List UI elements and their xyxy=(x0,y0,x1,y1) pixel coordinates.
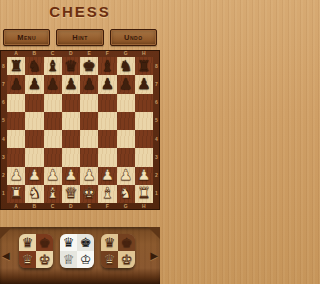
coord-label: 7 xyxy=(153,75,160,93)
coord-label: F xyxy=(98,51,116,56)
square-e5[interactable] xyxy=(80,112,98,130)
theme-tile-square: ♕ xyxy=(60,251,77,268)
black-piece: ♝ xyxy=(46,59,59,74)
black-piece: ♞ xyxy=(119,59,132,74)
white-piece: ♚ xyxy=(82,186,95,201)
rank-labels-right: 87654321 xyxy=(153,57,160,203)
coord-label: 5 xyxy=(153,112,160,130)
square-d1[interactable]: ♛ xyxy=(62,185,80,203)
theme-tile-classic-2d[interactable]: ♛♚♕♔ xyxy=(60,234,94,268)
square-g8[interactable]: ♞ xyxy=(117,57,135,75)
tray-corner-bevel xyxy=(0,227,12,239)
square-g5[interactable] xyxy=(117,112,135,130)
coord-label: F xyxy=(98,204,116,209)
square-d6[interactable] xyxy=(62,94,80,112)
square-a8[interactable]: ♜ xyxy=(7,57,25,75)
square-b6[interactable] xyxy=(25,94,43,112)
square-h7[interactable]: ♟ xyxy=(135,75,153,93)
theme-tile-piece: ♛ xyxy=(22,236,34,249)
black-piece: ♚ xyxy=(82,59,95,74)
theme-tile-square: ♚ xyxy=(118,234,135,251)
theme-tile-piece: ♚ xyxy=(39,253,51,266)
coord-label: 4 xyxy=(0,130,7,148)
square-e2[interactable]: ♟ xyxy=(80,167,98,185)
coord-label: 6 xyxy=(0,94,7,112)
theme-tile-piece: ♔ xyxy=(80,253,92,266)
frame-corner xyxy=(153,203,160,210)
square-c2[interactable]: ♟ xyxy=(44,167,62,185)
square-b8[interactable]: ♞ xyxy=(25,57,43,75)
chess-board: ABCDEFGH 87654321 ♜♞♝♛♚♝♞♜♟♟♟♟♟♟♟♟♟♟♟♟♟♟… xyxy=(0,50,160,210)
coord-label: 3 xyxy=(0,148,7,166)
square-a3[interactable] xyxy=(7,148,25,166)
square-d8[interactable]: ♛ xyxy=(62,57,80,75)
square-a4[interactable] xyxy=(7,130,25,148)
carousel-right-arrow-icon[interactable]: ▶ xyxy=(150,251,158,261)
white-piece: ♞ xyxy=(28,186,41,201)
theme-tile-square: ♛ xyxy=(101,251,118,268)
theme-tile-piece: ♛ xyxy=(104,253,116,266)
white-piece: ♟ xyxy=(64,168,77,183)
coord-label: 4 xyxy=(153,130,160,148)
white-piece: ♟ xyxy=(119,168,132,183)
black-piece: ♟ xyxy=(82,77,95,92)
coord-label: H xyxy=(135,51,153,56)
coord-label: H xyxy=(135,204,153,209)
square-d5[interactable] xyxy=(62,112,80,130)
square-c7[interactable]: ♟ xyxy=(44,75,62,93)
black-piece: ♜ xyxy=(137,59,150,74)
square-a6[interactable] xyxy=(7,94,25,112)
theme-tile-piece: ♛ xyxy=(63,236,75,249)
carousel-left-arrow-icon[interactable]: ◀ xyxy=(2,251,10,261)
square-f1[interactable]: ♝ xyxy=(98,185,116,203)
coord-label: B xyxy=(25,204,43,209)
rank-labels-left: 87654321 xyxy=(0,57,7,203)
square-c5[interactable] xyxy=(44,112,62,130)
black-piece: ♟ xyxy=(119,77,132,92)
black-piece: ♞ xyxy=(28,59,41,74)
board-squares: ♜♞♝♛♚♝♞♜♟♟♟♟♟♟♟♟♟♟♟♟♟♟♟♟♜♞♝♛♚♝♞♜ xyxy=(7,57,153,203)
coord-label: D xyxy=(62,51,80,56)
square-h2[interactable]: ♟ xyxy=(135,167,153,185)
square-f7[interactable]: ♟ xyxy=(98,75,116,93)
coord-label: 6 xyxy=(153,94,160,112)
white-piece: ♟ xyxy=(137,168,150,183)
square-f2[interactable]: ♟ xyxy=(98,167,116,185)
square-c1[interactable]: ♝ xyxy=(44,185,62,203)
theme-tile-piece: ♕ xyxy=(63,253,75,266)
square-b5[interactable] xyxy=(25,112,43,130)
white-piece: ♞ xyxy=(119,186,132,201)
square-c6[interactable] xyxy=(44,94,62,112)
coord-label: 7 xyxy=(0,75,7,93)
white-piece: ♟ xyxy=(9,168,22,183)
theme-tile-square: ♛ xyxy=(19,234,36,251)
square-h5[interactable] xyxy=(135,112,153,130)
square-h6[interactable] xyxy=(135,94,153,112)
coord-label: E xyxy=(80,51,98,56)
square-h8[interactable]: ♜ xyxy=(135,57,153,75)
piece-set-carousel: ◀ ♛♚♛♚♛♚♕♔♛♚♛♚ ▶ xyxy=(0,227,160,284)
square-h3[interactable] xyxy=(135,148,153,166)
square-c3[interactable] xyxy=(44,148,62,166)
square-b4[interactable] xyxy=(25,130,43,148)
theme-tile-square: ♚ xyxy=(118,251,135,268)
coord-label: C xyxy=(44,204,62,209)
square-e1[interactable]: ♚ xyxy=(80,185,98,203)
theme-tile-square: ♛ xyxy=(19,251,36,268)
square-a1[interactable]: ♜ xyxy=(7,185,25,203)
theme-tile-square: ♛ xyxy=(60,234,77,251)
square-g1[interactable]: ♞ xyxy=(117,185,135,203)
page-title: CHESS xyxy=(0,3,160,20)
square-d3[interactable] xyxy=(62,148,80,166)
square-f6[interactable] xyxy=(98,94,116,112)
theme-tiles: ♛♚♛♚♛♚♕♔♛♚♛♚ xyxy=(19,234,135,268)
coord-label: 1 xyxy=(0,185,7,203)
square-e6[interactable] xyxy=(80,94,98,112)
hint-button[interactable]: Hint xyxy=(56,29,103,46)
coord-label: E xyxy=(80,204,98,209)
coord-label: B xyxy=(25,51,43,56)
undo-button[interactable]: Undo xyxy=(110,29,157,46)
square-f3[interactable] xyxy=(98,148,116,166)
coord-label: 8 xyxy=(0,57,7,75)
square-g6[interactable] xyxy=(117,94,135,112)
tray-corner-bevel xyxy=(148,227,160,239)
coord-label: 2 xyxy=(153,167,160,185)
square-g7[interactable]: ♟ xyxy=(117,75,135,93)
white-piece: ♜ xyxy=(137,186,150,201)
black-piece: ♜ xyxy=(9,59,22,74)
square-c8[interactable]: ♝ xyxy=(44,57,62,75)
theme-tile-square: ♚ xyxy=(36,251,53,268)
square-f8[interactable]: ♝ xyxy=(98,57,116,75)
coord-label: A xyxy=(7,51,25,56)
white-piece: ♛ xyxy=(64,186,77,201)
square-f5[interactable] xyxy=(98,112,116,130)
toolbar: Menu Hint Undo xyxy=(3,29,157,46)
file-labels-top: ABCDEFGH xyxy=(7,50,153,57)
square-e4[interactable] xyxy=(80,130,98,148)
theme-tile-square: ♚ xyxy=(36,234,53,251)
square-a5[interactable] xyxy=(7,112,25,130)
coord-label: 2 xyxy=(0,167,7,185)
square-h1[interactable]: ♜ xyxy=(135,185,153,203)
theme-tile-piece: ♚ xyxy=(121,253,133,266)
theme-tile-wood-2d[interactable]: ♛♚♛♚ xyxy=(19,234,53,268)
square-g2[interactable]: ♟ xyxy=(117,167,135,185)
theme-tile-square: ♚ xyxy=(77,234,94,251)
theme-tile-piece: ♚ xyxy=(80,236,92,249)
black-piece: ♟ xyxy=(46,77,59,92)
frame-corner xyxy=(0,203,7,210)
white-piece: ♝ xyxy=(101,186,114,201)
theme-tile-wood-3d[interactable]: ♛♚♛♚ xyxy=(101,234,135,268)
square-e7[interactable]: ♟ xyxy=(80,75,98,93)
coord-label: 3 xyxy=(153,148,160,166)
square-f4[interactable] xyxy=(98,130,116,148)
white-piece: ♟ xyxy=(101,168,114,183)
square-e8[interactable]: ♚ xyxy=(80,57,98,75)
white-piece: ♟ xyxy=(82,168,95,183)
black-piece: ♟ xyxy=(9,77,22,92)
white-piece: ♟ xyxy=(28,168,41,183)
square-b7[interactable]: ♟ xyxy=(25,75,43,93)
square-d2[interactable]: ♟ xyxy=(62,167,80,185)
coord-label: G xyxy=(117,204,135,209)
square-b1[interactable]: ♞ xyxy=(25,185,43,203)
square-e3[interactable] xyxy=(80,148,98,166)
coord-label: 1 xyxy=(153,185,160,203)
theme-tile-square: ♛ xyxy=(101,234,118,251)
coord-label: C xyxy=(44,51,62,56)
theme-tile-square: ♔ xyxy=(77,251,94,268)
square-a2[interactable]: ♟ xyxy=(7,167,25,185)
square-c4[interactable] xyxy=(44,130,62,148)
white-piece: ♟ xyxy=(46,168,59,183)
square-d4[interactable] xyxy=(62,130,80,148)
black-piece: ♝ xyxy=(101,59,114,74)
white-piece: ♜ xyxy=(9,186,22,201)
square-b3[interactable] xyxy=(25,148,43,166)
file-labels-bottom: ABCDEFGH xyxy=(7,203,153,210)
frame-corner xyxy=(0,50,7,57)
theme-tile-piece: ♛ xyxy=(22,253,34,266)
theme-tile-piece: ♚ xyxy=(121,236,133,249)
frame-corner xyxy=(153,50,160,57)
black-piece: ♛ xyxy=(64,59,77,74)
square-g3[interactable] xyxy=(117,148,135,166)
theme-tile-piece: ♚ xyxy=(39,236,51,249)
coord-label: D xyxy=(62,204,80,209)
coord-label: 8 xyxy=(153,57,160,75)
coord-label: A xyxy=(7,204,25,209)
square-g4[interactable] xyxy=(117,130,135,148)
black-piece: ♟ xyxy=(28,77,41,92)
white-piece: ♝ xyxy=(46,186,59,201)
theme-tile-piece: ♛ xyxy=(104,236,116,249)
coord-label: 5 xyxy=(0,112,7,130)
square-a7[interactable]: ♟ xyxy=(7,75,25,93)
square-h4[interactable] xyxy=(135,130,153,148)
square-d7[interactable]: ♟ xyxy=(62,75,80,93)
square-b2[interactable]: ♟ xyxy=(25,167,43,185)
black-piece: ♟ xyxy=(137,77,150,92)
black-piece: ♟ xyxy=(64,77,77,92)
menu-button[interactable]: Menu xyxy=(3,29,50,46)
coord-label: G xyxy=(117,51,135,56)
black-piece: ♟ xyxy=(101,77,114,92)
